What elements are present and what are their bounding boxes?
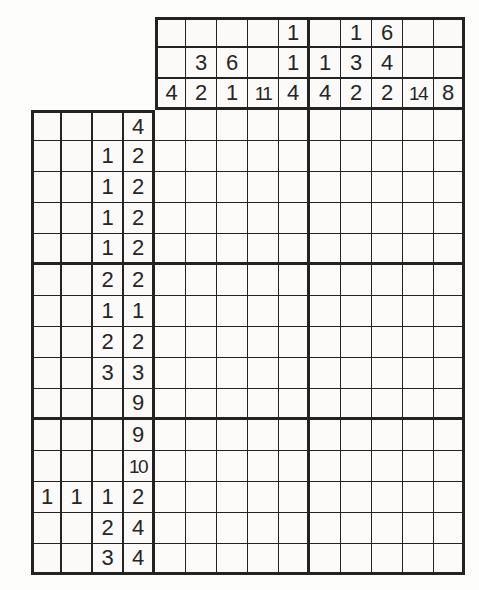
row-clue-cell: 2 — [93, 327, 124, 358]
grid-cell[interactable] — [186, 420, 217, 451]
row-clue-cell — [62, 544, 93, 575]
grid-cell[interactable] — [372, 265, 403, 296]
grid-cell[interactable] — [279, 234, 310, 265]
grid-cell[interactable] — [217, 389, 248, 420]
grid-cell[interactable] — [155, 389, 186, 420]
grid-cell[interactable] — [155, 265, 186, 296]
row-clue-cell — [31, 327, 62, 358]
row-clue-cell — [62, 296, 93, 327]
row-clue-cell: 2 — [124, 265, 155, 296]
col-clue-cell: 1 — [279, 17, 310, 48]
grid-cell[interactable] — [434, 327, 465, 358]
grid-cell[interactable] — [372, 141, 403, 172]
grid-cell[interactable] — [279, 420, 310, 451]
grid-cell[interactable] — [155, 358, 186, 389]
col-clue-cell: 1 — [341, 17, 372, 48]
row-clue-cell — [31, 172, 62, 203]
row-clue-cell: 1 — [93, 172, 124, 203]
grid-cell[interactable] — [434, 234, 465, 265]
row-clue-cell — [62, 172, 93, 203]
grid-cell[interactable] — [186, 327, 217, 358]
grid-cell[interactable] — [248, 513, 279, 544]
row-clue-cell — [62, 110, 93, 141]
grid-cell[interactable] — [434, 389, 465, 420]
grid-cell[interactable] — [279, 296, 310, 327]
grid-cell[interactable] — [217, 172, 248, 203]
grid-cell[interactable] — [155, 296, 186, 327]
col-clue-cell: 4 — [310, 79, 341, 110]
grid-cell[interactable] — [310, 296, 341, 327]
col-clue-cell — [248, 48, 279, 79]
grid-cell[interactable] — [248, 482, 279, 513]
row-clue-cell: 3 — [93, 358, 124, 389]
grid-cell[interactable] — [341, 265, 372, 296]
grid-cell[interactable] — [403, 358, 434, 389]
grid-cell[interactable] — [248, 451, 279, 482]
grid-cell[interactable] — [248, 265, 279, 296]
col-clue-cell — [403, 48, 434, 79]
grid-cell[interactable] — [372, 110, 403, 141]
grid-cell[interactable] — [279, 513, 310, 544]
col-clue-cell: 6 — [217, 48, 248, 79]
grid-cell[interactable] — [155, 513, 186, 544]
row-clue-cell — [62, 265, 93, 296]
grid-cell[interactable] — [434, 482, 465, 513]
grid-cell[interactable] — [403, 234, 434, 265]
row-clue-cell: 1 — [31, 482, 62, 513]
row-clue-cell — [31, 141, 62, 172]
col-clue-cell: 4 — [279, 79, 310, 110]
grid-cell[interactable] — [186, 172, 217, 203]
grid-cell[interactable] — [248, 172, 279, 203]
grid-cell[interactable] — [186, 482, 217, 513]
row-clue-cell — [31, 358, 62, 389]
row-clue-cell: 4 — [124, 110, 155, 141]
col-clue-cell — [155, 17, 186, 48]
row-clue-cell: 9 — [124, 420, 155, 451]
grid-cell[interactable] — [372, 234, 403, 265]
row-clue-cell — [31, 203, 62, 234]
grid-cell[interactable] — [279, 482, 310, 513]
grid-cell[interactable] — [248, 296, 279, 327]
row-clue-cell — [31, 296, 62, 327]
grid-cell[interactable] — [372, 482, 403, 513]
grid-cell[interactable] — [186, 451, 217, 482]
grid-cell[interactable] — [155, 544, 186, 575]
grid-cell[interactable] — [248, 203, 279, 234]
row-clue-cell: 2 — [124, 234, 155, 265]
grid-cell[interactable] — [403, 110, 434, 141]
row-clue-cell — [62, 420, 93, 451]
grid-cell[interactable] — [186, 296, 217, 327]
grid-cell[interactable] — [434, 141, 465, 172]
row-clue-cell: 2 — [124, 327, 155, 358]
grid-cell[interactable] — [155, 141, 186, 172]
grid-cell[interactable] — [434, 420, 465, 451]
grid-cell[interactable] — [434, 451, 465, 482]
grid-cell[interactable] — [341, 110, 372, 141]
col-clue-cell — [217, 17, 248, 48]
grid-cell[interactable] — [434, 358, 465, 389]
grid-cell[interactable] — [310, 234, 341, 265]
row-clue-cell: 1 — [93, 203, 124, 234]
grid-cell[interactable] — [341, 234, 372, 265]
grid-cell[interactable] — [341, 420, 372, 451]
grid-cell[interactable] — [403, 420, 434, 451]
grid-cell[interactable] — [403, 482, 434, 513]
grid-cell[interactable] — [341, 389, 372, 420]
nonogram-board: 1163611344211144221484121212122211223399… — [31, 17, 465, 575]
grid-cell[interactable] — [279, 110, 310, 141]
grid-cell[interactable] — [155, 482, 186, 513]
grid-cell[interactable] — [310, 172, 341, 203]
grid-cell[interactable] — [155, 234, 186, 265]
row-clue-cell — [31, 451, 62, 482]
grid-cell[interactable] — [310, 544, 341, 575]
col-clue-cell: 1 — [217, 79, 248, 110]
row-clue-cell: 1 — [124, 296, 155, 327]
grid-cell[interactable] — [372, 451, 403, 482]
grid-cell[interactable] — [186, 110, 217, 141]
col-clue-cell: 4 — [372, 48, 403, 79]
col-clue-cell: 8 — [434, 79, 465, 110]
grid-cell[interactable] — [155, 451, 186, 482]
grid-cell[interactable] — [248, 389, 279, 420]
row-clue-cell — [31, 544, 62, 575]
grid-cell[interactable] — [403, 141, 434, 172]
row-clue-cell: 9 — [124, 389, 155, 420]
col-clue-cell: 1 — [279, 48, 310, 79]
row-clue-cell: 1 — [93, 141, 124, 172]
grid-cell[interactable] — [341, 451, 372, 482]
grid-cell[interactable] — [310, 451, 341, 482]
grid-cell[interactable] — [310, 482, 341, 513]
grid-cell[interactable] — [310, 358, 341, 389]
col-clue-cell: 2 — [372, 79, 403, 110]
grid-cell[interactable] — [155, 203, 186, 234]
grid-cell[interactable] — [372, 544, 403, 575]
grid-cell[interactable] — [372, 327, 403, 358]
grid-cell[interactable] — [310, 203, 341, 234]
grid-cell[interactable] — [310, 141, 341, 172]
grid-cell[interactable] — [279, 172, 310, 203]
row-clue-cell — [62, 234, 93, 265]
grid-cell[interactable] — [341, 141, 372, 172]
grid-cell[interactable] — [217, 420, 248, 451]
grid-cell[interactable] — [186, 141, 217, 172]
row-clue-cell — [31, 513, 62, 544]
grid-cell[interactable] — [279, 358, 310, 389]
col-clue-cell: 11 — [248, 79, 279, 110]
row-clue-cell: 2 — [124, 203, 155, 234]
grid-cell[interactable] — [155, 327, 186, 358]
grid-cell[interactable] — [155, 110, 186, 141]
row-clue-cell: 4 — [124, 513, 155, 544]
col-clue-cell — [155, 48, 186, 79]
grid-cell[interactable] — [372, 389, 403, 420]
grid-cell[interactable] — [310, 265, 341, 296]
grid-cell[interactable] — [403, 265, 434, 296]
row-clue-cell: 2 — [124, 172, 155, 203]
grid-cell[interactable] — [248, 420, 279, 451]
grid-cell[interactable] — [372, 513, 403, 544]
grid-cell[interactable] — [279, 389, 310, 420]
row-clue-cell: 10 — [124, 451, 155, 482]
grid-cell[interactable] — [403, 172, 434, 203]
grid-cell[interactable] — [217, 358, 248, 389]
col-clue-cell: 2 — [186, 79, 217, 110]
grid-cell[interactable] — [186, 234, 217, 265]
grid-cell[interactable] — [186, 203, 217, 234]
grid-cell[interactable] — [434, 203, 465, 234]
row-clue-cell: 3 — [93, 544, 124, 575]
col-clue-cell — [434, 17, 465, 48]
grid-cell[interactable] — [372, 420, 403, 451]
row-clue-cell — [93, 420, 124, 451]
col-clue-cell — [248, 17, 279, 48]
col-clue-cell: 3 — [341, 48, 372, 79]
grid-cell[interactable] — [372, 296, 403, 327]
grid-cell[interactable] — [279, 544, 310, 575]
row-clue-cell: 2 — [93, 513, 124, 544]
grid-cell[interactable] — [434, 110, 465, 141]
grid-cell[interactable] — [403, 203, 434, 234]
grid-cell[interactable] — [310, 327, 341, 358]
row-clue-cell — [93, 110, 124, 141]
grid-cell[interactable] — [248, 234, 279, 265]
grid-cell[interactable] — [217, 327, 248, 358]
row-clue-cell — [93, 451, 124, 482]
row-clue-cell — [31, 110, 62, 141]
grid-cell[interactable] — [341, 327, 372, 358]
grid-cell[interactable] — [434, 513, 465, 544]
grid-cell[interactable] — [341, 513, 372, 544]
grid-cell[interactable] — [403, 544, 434, 575]
grid-cell[interactable] — [279, 265, 310, 296]
grid-cell[interactable] — [217, 296, 248, 327]
grid-cell[interactable] — [279, 203, 310, 234]
grid-cell[interactable] — [341, 172, 372, 203]
grid-cell[interactable] — [217, 482, 248, 513]
grid-cell[interactable] — [403, 389, 434, 420]
grid-cell[interactable] — [403, 451, 434, 482]
grid-cell[interactable] — [279, 141, 310, 172]
grid-cell[interactable] — [434, 265, 465, 296]
row-clue-cell — [62, 141, 93, 172]
row-clue-cell — [62, 513, 93, 544]
grid-cell[interactable] — [155, 420, 186, 451]
grid-cell[interactable] — [248, 110, 279, 141]
grid-cell[interactable] — [341, 544, 372, 575]
grid-cell[interactable] — [341, 203, 372, 234]
grid-cell[interactable] — [217, 234, 248, 265]
col-clue-cell — [310, 17, 341, 48]
grid-cell[interactable] — [372, 172, 403, 203]
row-clue-cell — [62, 327, 93, 358]
grid-cell[interactable] — [248, 141, 279, 172]
grid-cell[interactable] — [372, 358, 403, 389]
row-clue-cell: 1 — [62, 482, 93, 513]
grid-cell[interactable] — [341, 482, 372, 513]
col-clue-cell: 1 — [310, 48, 341, 79]
row-clue-cell — [62, 358, 93, 389]
grid-cell[interactable] — [217, 513, 248, 544]
col-clue-cell: 6 — [372, 17, 403, 48]
grid-cell[interactable] — [155, 172, 186, 203]
grid-cell[interactable] — [372, 203, 403, 234]
row-clue-cell — [31, 234, 62, 265]
grid-cell[interactable] — [434, 296, 465, 327]
grid-cell[interactable] — [217, 451, 248, 482]
row-clue-cell: 1 — [93, 234, 124, 265]
row-clue-cell — [62, 451, 93, 482]
row-clue-cell — [93, 389, 124, 420]
row-clue-cell: 3 — [124, 358, 155, 389]
grid-cell[interactable] — [403, 327, 434, 358]
grid-cell[interactable] — [434, 544, 465, 575]
grid-cell[interactable] — [279, 451, 310, 482]
row-clue-cell — [31, 389, 62, 420]
grid-cell[interactable] — [279, 327, 310, 358]
col-clue-cell: 2 — [341, 79, 372, 110]
row-clue-cell — [31, 265, 62, 296]
grid-cell[interactable] — [248, 327, 279, 358]
grid-cell[interactable] — [217, 265, 248, 296]
col-clue-cell: 14 — [403, 79, 434, 110]
row-clue-cell: 4 — [124, 544, 155, 575]
grid-cell[interactable] — [403, 296, 434, 327]
grid-cell[interactable] — [186, 513, 217, 544]
grid-cell[interactable] — [186, 389, 217, 420]
grid-cell[interactable] — [310, 513, 341, 544]
row-clue-cell: 2 — [124, 141, 155, 172]
grid-cell[interactable] — [217, 110, 248, 141]
grid-cell[interactable] — [186, 358, 217, 389]
grid-cell[interactable] — [341, 358, 372, 389]
grid-cell[interactable] — [434, 172, 465, 203]
grid-cell[interactable] — [248, 544, 279, 575]
row-clue-cell: 1 — [93, 482, 124, 513]
col-clue-cell — [434, 48, 465, 79]
row-clue-cell — [62, 203, 93, 234]
grid-cell[interactable] — [186, 265, 217, 296]
grid-cell[interactable] — [248, 358, 279, 389]
row-clue-cell — [31, 420, 62, 451]
col-clue-cell: 3 — [186, 48, 217, 79]
grid-cell[interactable] — [310, 389, 341, 420]
row-clue-cell — [62, 389, 93, 420]
row-clue-cell: 2 — [93, 265, 124, 296]
grid-cell[interactable] — [310, 420, 341, 451]
col-clue-cell: 4 — [155, 79, 186, 110]
col-clue-cell — [403, 17, 434, 48]
grid-cell[interactable] — [217, 544, 248, 575]
row-clue-cell: 1 — [93, 296, 124, 327]
grid-cell[interactable] — [403, 513, 434, 544]
grid-cell[interactable] — [341, 296, 372, 327]
grid-cell[interactable] — [217, 203, 248, 234]
grid-cell[interactable] — [217, 141, 248, 172]
col-clue-cell — [186, 17, 217, 48]
grid-cell[interactable] — [310, 110, 341, 141]
grid-cell[interactable] — [186, 544, 217, 575]
row-clue-cell: 2 — [124, 482, 155, 513]
